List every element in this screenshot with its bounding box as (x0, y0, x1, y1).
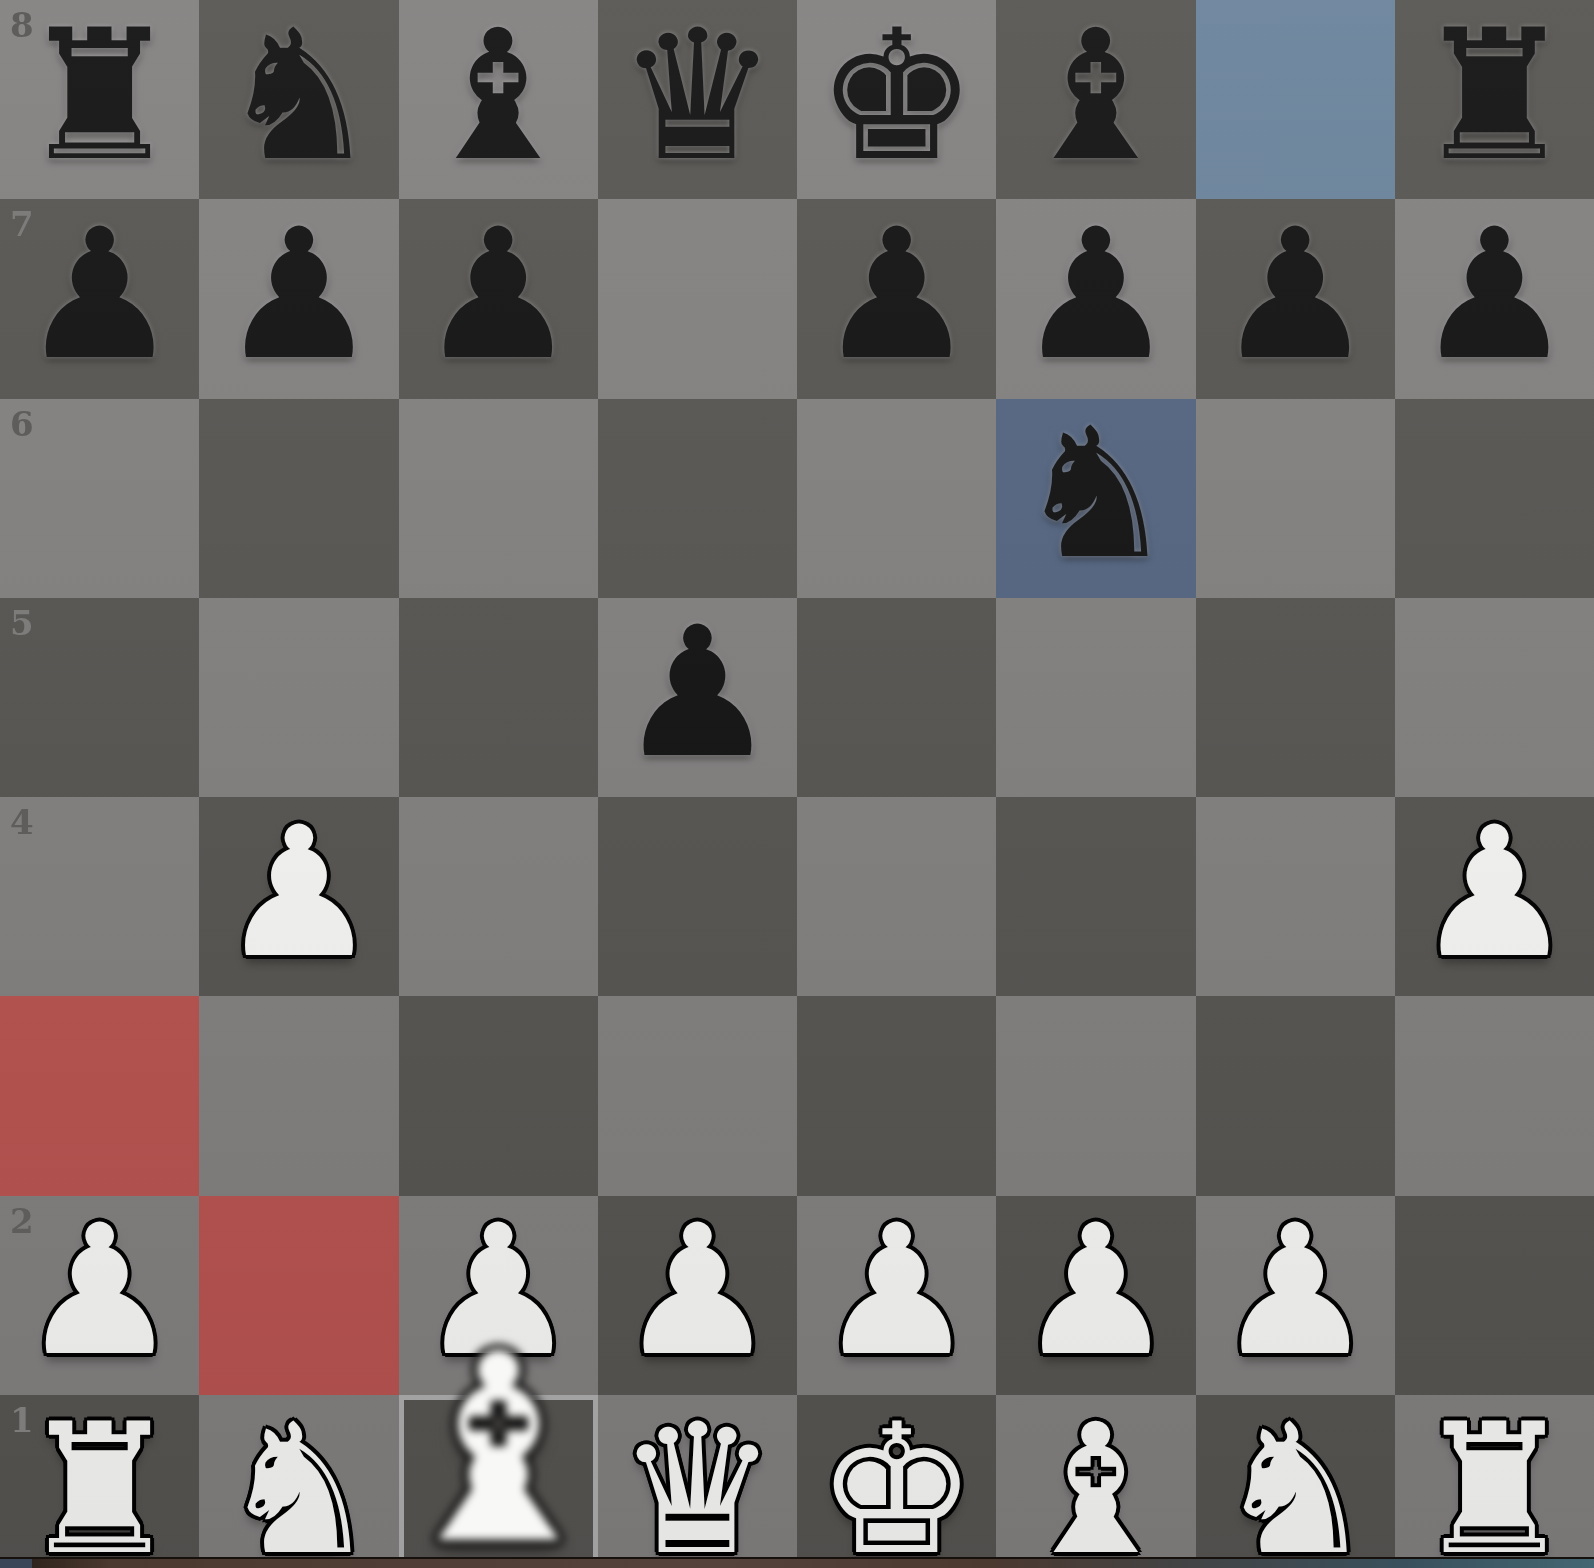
black-rook[interactable]: ♜ (19, 6, 180, 186)
black-knight[interactable]: ♞ (218, 6, 379, 186)
chess-board[interactable]: ♜♞♝♛♚♝♜♟♟♟♟♟♟♟♞♟♟♟♟♟♟♟♟♟♜♞♛♚♝♞♜ (0, 0, 1594, 1568)
square-h3[interactable] (1395, 996, 1594, 1195)
square-d4[interactable] (598, 797, 797, 996)
square-h4[interactable]: ♟ (1395, 797, 1594, 996)
black-rook[interactable]: ♜ (1414, 6, 1575, 186)
square-g2[interactable]: ♟ (1196, 1196, 1395, 1395)
black-pawn[interactable]: ♟ (1015, 205, 1176, 385)
board-area: ♜♞♝♛♚♝♜♟♟♟♟♟♟♟♞♟♟♟♟♟♟♟♟♟♜♞♛♚♝♞♜ 8765421 … (0, 0, 1594, 1568)
dragged-white-bishop[interactable]: ♝ (354, 1305, 643, 1568)
square-h5[interactable] (1395, 598, 1594, 797)
square-g1[interactable]: ♞ (1196, 1395, 1395, 1568)
black-pawn[interactable]: ♟ (617, 603, 778, 783)
square-f2[interactable]: ♟ (996, 1196, 1195, 1395)
black-queen[interactable]: ♛ (617, 6, 778, 186)
square-e6[interactable] (797, 399, 996, 598)
square-g6[interactable] (1196, 399, 1395, 598)
rank-label-2: 2 (10, 1204, 34, 1238)
square-b3[interactable] (199, 996, 398, 1195)
white-pawn[interactable]: ♟ (816, 1201, 977, 1381)
rank-label-1: 1 (10, 1403, 34, 1437)
square-e8[interactable]: ♚ (797, 0, 996, 199)
square-c4[interactable] (399, 797, 598, 996)
square-f1[interactable]: ♝ (996, 1395, 1195, 1568)
white-pawn[interactable]: ♟ (19, 1201, 180, 1381)
square-e5[interactable] (797, 598, 996, 797)
white-pawn[interactable]: ♟ (1414, 803, 1575, 983)
square-g8[interactable] (1196, 0, 1395, 199)
square-c3[interactable] (399, 996, 598, 1195)
black-pawn[interactable]: ♟ (417, 205, 578, 385)
white-rook[interactable]: ♜ (1414, 1400, 1575, 1568)
square-c7[interactable]: ♟ (399, 199, 598, 398)
square-a3[interactable] (0, 996, 199, 1195)
square-b7[interactable]: ♟ (199, 199, 398, 398)
square-g5[interactable] (1196, 598, 1395, 797)
bottom-ui-strip (0, 1557, 1594, 1568)
square-b8[interactable]: ♞ (199, 0, 398, 199)
black-bishop[interactable]: ♝ (1015, 6, 1176, 186)
square-h2[interactable] (1395, 1196, 1594, 1395)
white-pawn[interactable]: ♟ (218, 803, 379, 983)
white-pawn[interactable]: ♟ (1214, 1201, 1375, 1381)
square-f6[interactable]: ♞ (996, 399, 1195, 598)
black-pawn[interactable]: ♟ (19, 205, 180, 385)
black-pawn[interactable]: ♟ (218, 205, 379, 385)
rank-label-8: 8 (10, 8, 34, 42)
square-c5[interactable] (399, 598, 598, 797)
square-g4[interactable] (1196, 797, 1395, 996)
white-king[interactable]: ♚ (816, 1400, 977, 1568)
rank-label-4: 4 (10, 805, 34, 839)
square-d6[interactable] (598, 399, 797, 598)
square-b4[interactable]: ♟ (199, 797, 398, 996)
square-d3[interactable] (598, 996, 797, 1195)
square-e7[interactable]: ♟ (797, 199, 996, 398)
square-c8[interactable]: ♝ (399, 0, 598, 199)
black-pawn[interactable]: ♟ (816, 205, 977, 385)
square-h8[interactable]: ♜ (1395, 0, 1594, 199)
square-d7[interactable] (598, 199, 797, 398)
black-pawn[interactable]: ♟ (1414, 205, 1575, 385)
square-f3[interactable] (996, 996, 1195, 1195)
white-rook[interactable]: ♜ (19, 1400, 180, 1568)
square-f8[interactable]: ♝ (996, 0, 1195, 199)
bottom-left-chip (0, 1559, 32, 1568)
black-knight[interactable]: ♞ (1015, 404, 1176, 584)
white-bishop[interactable]: ♝ (1015, 1400, 1176, 1568)
square-d5[interactable]: ♟ (598, 598, 797, 797)
rank-label-6: 6 (10, 407, 34, 441)
square-e2[interactable]: ♟ (797, 1196, 996, 1395)
chess-app: ♜♞♝♛♚♝♜♟♟♟♟♟♟♟♞♟♟♟♟♟♟♟♟♟♜♞♛♚♝♞♜ 8765421 … (0, 0, 1594, 1568)
square-d8[interactable]: ♛ (598, 0, 797, 199)
square-h7[interactable]: ♟ (1395, 199, 1594, 398)
square-b6[interactable] (199, 399, 398, 598)
black-pawn[interactable]: ♟ (1214, 205, 1375, 385)
square-h1[interactable]: ♜ (1395, 1395, 1594, 1568)
square-h6[interactable] (1395, 399, 1594, 598)
square-e4[interactable] (797, 797, 996, 996)
square-f5[interactable] (996, 598, 1195, 797)
square-f7[interactable]: ♟ (996, 199, 1195, 398)
black-bishop[interactable]: ♝ (417, 6, 578, 186)
square-f4[interactable] (996, 797, 1195, 996)
square-c6[interactable] (399, 399, 598, 598)
square-b5[interactable] (199, 598, 398, 797)
rank-label-7: 7 (10, 207, 34, 241)
square-g7[interactable]: ♟ (1196, 199, 1395, 398)
white-knight[interactable]: ♞ (1214, 1400, 1375, 1568)
square-g3[interactable] (1196, 996, 1395, 1195)
square-e3[interactable] (797, 996, 996, 1195)
square-e1[interactable]: ♚ (797, 1395, 996, 1568)
black-king[interactable]: ♚ (816, 6, 977, 186)
rank-label-5: 5 (10, 606, 34, 640)
white-pawn[interactable]: ♟ (1015, 1201, 1176, 1381)
